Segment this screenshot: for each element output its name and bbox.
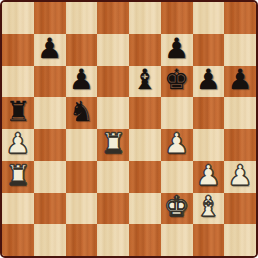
chess-board: ♟♟♟♝♚♟♟♜♞♟♜♟♜♟♟♚♝ — [2, 2, 256, 256]
square-g4[interactable] — [193, 129, 225, 161]
square-g8[interactable] — [193, 2, 225, 34]
square-d3[interactable] — [97, 161, 129, 193]
square-b2[interactable] — [34, 193, 66, 225]
square-e7[interactable] — [129, 34, 161, 66]
chess-board-frame: ♟♟♟♝♚♟♟♜♞♟♜♟♜♟♟♚♝ — [0, 0, 258, 258]
square-a5[interactable]: ♜ — [2, 97, 34, 129]
square-c7[interactable] — [66, 34, 98, 66]
square-d5[interactable] — [97, 97, 129, 129]
piece-white-king[interactable]: ♚ — [164, 193, 189, 221]
piece-white-pawn[interactable]: ♟ — [196, 162, 221, 190]
square-h4[interactable] — [224, 129, 256, 161]
square-e5[interactable] — [129, 97, 161, 129]
square-a6[interactable] — [2, 66, 34, 98]
square-h7[interactable] — [224, 34, 256, 66]
square-f2[interactable]: ♚ — [161, 193, 193, 225]
piece-black-pawn[interactable]: ♟ — [196, 66, 221, 94]
square-a7[interactable] — [2, 34, 34, 66]
square-c1[interactable] — [66, 224, 98, 256]
square-e2[interactable] — [129, 193, 161, 225]
piece-white-pawn[interactable]: ♟ — [228, 162, 253, 190]
square-e6[interactable]: ♝ — [129, 66, 161, 98]
square-c2[interactable] — [66, 193, 98, 225]
square-b5[interactable] — [34, 97, 66, 129]
square-c6[interactable]: ♟ — [66, 66, 98, 98]
piece-black-bishop[interactable]: ♝ — [132, 66, 157, 94]
square-b8[interactable] — [34, 2, 66, 34]
square-d1[interactable] — [97, 224, 129, 256]
square-a8[interactable] — [2, 2, 34, 34]
square-g2[interactable]: ♝ — [193, 193, 225, 225]
square-b1[interactable] — [34, 224, 66, 256]
square-d7[interactable] — [97, 34, 129, 66]
square-f6[interactable]: ♚ — [161, 66, 193, 98]
square-h6[interactable]: ♟ — [224, 66, 256, 98]
square-c8[interactable] — [66, 2, 98, 34]
square-a2[interactable] — [2, 193, 34, 225]
square-b4[interactable] — [34, 129, 66, 161]
square-d4[interactable]: ♜ — [97, 129, 129, 161]
square-b7[interactable]: ♟ — [34, 34, 66, 66]
square-h1[interactable] — [224, 224, 256, 256]
piece-black-pawn[interactable]: ♟ — [37, 35, 62, 63]
piece-black-rook[interactable]: ♜ — [5, 98, 30, 126]
square-d8[interactable] — [97, 2, 129, 34]
piece-white-bishop[interactable]: ♝ — [196, 193, 221, 221]
square-f3[interactable] — [161, 161, 193, 193]
square-a3[interactable]: ♜ — [2, 161, 34, 193]
square-d2[interactable] — [97, 193, 129, 225]
piece-white-pawn[interactable]: ♟ — [164, 130, 189, 158]
square-a1[interactable] — [2, 224, 34, 256]
square-f8[interactable] — [161, 2, 193, 34]
square-h8[interactable] — [224, 2, 256, 34]
piece-black-knight[interactable]: ♞ — [69, 98, 94, 126]
square-e8[interactable] — [129, 2, 161, 34]
square-f5[interactable] — [161, 97, 193, 129]
square-f7[interactable]: ♟ — [161, 34, 193, 66]
square-e4[interactable] — [129, 129, 161, 161]
square-g1[interactable] — [193, 224, 225, 256]
square-a4[interactable]: ♟ — [2, 129, 34, 161]
piece-white-rook[interactable]: ♜ — [101, 130, 126, 158]
square-f4[interactable]: ♟ — [161, 129, 193, 161]
square-f1[interactable] — [161, 224, 193, 256]
square-g5[interactable] — [193, 97, 225, 129]
piece-black-king[interactable]: ♚ — [164, 66, 189, 94]
piece-black-pawn[interactable]: ♟ — [164, 35, 189, 63]
square-c5[interactable]: ♞ — [66, 97, 98, 129]
piece-white-rook[interactable]: ♜ — [5, 162, 30, 190]
square-h3[interactable]: ♟ — [224, 161, 256, 193]
square-g6[interactable]: ♟ — [193, 66, 225, 98]
square-h5[interactable] — [224, 97, 256, 129]
square-e3[interactable] — [129, 161, 161, 193]
square-c3[interactable] — [66, 161, 98, 193]
square-g3[interactable]: ♟ — [193, 161, 225, 193]
square-h2[interactable] — [224, 193, 256, 225]
piece-black-pawn[interactable]: ♟ — [228, 66, 253, 94]
square-c4[interactable] — [66, 129, 98, 161]
square-b6[interactable] — [34, 66, 66, 98]
piece-white-pawn[interactable]: ♟ — [5, 130, 30, 158]
square-d6[interactable] — [97, 66, 129, 98]
square-b3[interactable] — [34, 161, 66, 193]
square-g7[interactable] — [193, 34, 225, 66]
square-e1[interactable] — [129, 224, 161, 256]
piece-black-pawn[interactable]: ♟ — [69, 66, 94, 94]
